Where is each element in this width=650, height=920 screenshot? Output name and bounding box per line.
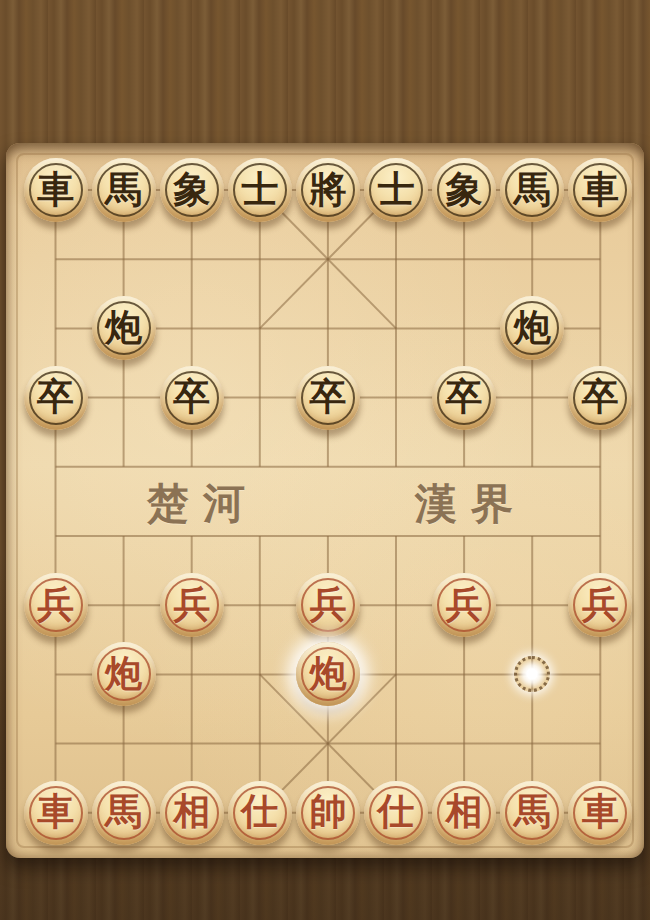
piece-black-soldier[interactable]: 卒 [432,366,496,430]
piece-red-chariot[interactable]: 車 [24,781,88,845]
piece-red-soldier[interactable]: 兵 [432,573,496,637]
piece-glyph: 兵 [309,586,346,625]
river-label-left: 楚河 [133,476,259,532]
piece-red-horse[interactable]: 馬 [92,781,156,845]
piece-glyph: 馬 [514,793,551,832]
piece-glyph: 相 [446,793,483,832]
piece-red-cannon-moved[interactable]: 炮 [296,642,360,706]
piece-glyph: 車 [37,171,74,210]
piece-glyph: 車 [582,793,619,832]
piece-glyph: 馬 [514,171,551,210]
piece-glyph: 卒 [309,378,346,417]
piece-glyph: 仕 [378,793,415,832]
piece-black-soldier[interactable]: 卒 [24,366,88,430]
piece-red-advisor[interactable]: 仕 [228,781,292,845]
piece-glyph: 象 [173,171,210,210]
piece-glyph: 帥 [309,793,346,832]
piece-glyph: 卒 [173,378,210,417]
piece-black-horse[interactable]: 馬 [500,158,564,222]
piece-black-general[interactable]: 將 [296,158,360,222]
piece-red-elephant[interactable]: 相 [160,781,224,845]
piece-glyph: 兵 [582,586,619,625]
piece-red-soldier[interactable]: 兵 [24,573,88,637]
piece-red-elephant[interactable]: 相 [432,781,496,845]
piece-glyph: 炮 [105,309,142,348]
piece-glyph: 士 [241,171,278,210]
piece-glyph: 車 [37,793,74,832]
piece-black-horse[interactable]: 馬 [92,158,156,222]
piece-glyph: 卒 [582,378,619,417]
game-screen: 楚河 漢界 車馬象士將士象馬車炮炮卒卒卒卒卒兵兵兵兵兵炮炮車馬相仕帥仕相馬車 [0,0,650,920]
piece-red-soldier[interactable]: 兵 [296,573,360,637]
piece-red-advisor[interactable]: 仕 [364,781,428,845]
piece-black-soldier[interactable]: 卒 [568,366,632,430]
river-label-right: 漢界 [401,476,527,532]
piece-red-cannon[interactable]: 炮 [92,642,156,706]
piece-black-advisor[interactable]: 士 [228,158,292,222]
piece-glyph: 象 [446,171,483,210]
piece-black-cannon[interactable]: 炮 [92,296,156,360]
piece-glyph: 相 [173,793,210,832]
piece-glyph: 將 [309,171,346,210]
piece-red-soldier[interactable]: 兵 [160,573,224,637]
piece-glyph: 卒 [37,378,74,417]
piece-glyph: 炮 [105,655,142,694]
piece-glyph: 車 [582,171,619,210]
piece-black-advisor[interactable]: 士 [364,158,428,222]
piece-black-chariot[interactable]: 車 [568,158,632,222]
piece-black-soldier[interactable]: 卒 [296,366,360,430]
piece-red-horse[interactable]: 馬 [500,781,564,845]
piece-glyph: 炮 [309,655,346,694]
piece-glyph: 馬 [105,171,142,210]
piece-black-soldier[interactable]: 卒 [160,366,224,430]
piece-glyph: 士 [378,171,415,210]
piece-red-general[interactable]: 帥 [296,781,360,845]
piece-glyph: 兵 [446,586,483,625]
piece-black-elephant[interactable]: 象 [432,158,496,222]
piece-glyph: 馬 [105,793,142,832]
piece-glyph: 兵 [37,586,74,625]
xiangqi-board[interactable] [6,143,644,858]
piece-glyph: 仕 [241,793,278,832]
piece-glyph: 炮 [514,309,551,348]
piece-glyph: 兵 [173,586,210,625]
piece-black-chariot[interactable]: 車 [24,158,88,222]
board-bevel-border [16,153,634,848]
piece-black-elephant[interactable]: 象 [160,158,224,222]
piece-glyph: 卒 [446,378,483,417]
piece-red-chariot[interactable]: 車 [568,781,632,845]
